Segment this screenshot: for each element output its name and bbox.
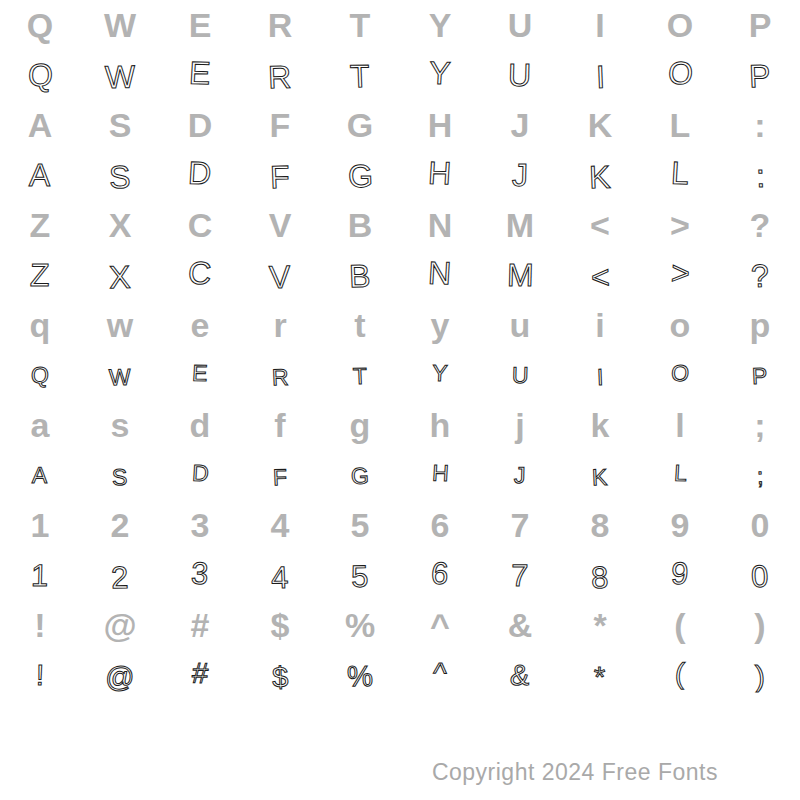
- glyph-cell: E: [189, 8, 212, 42]
- glyph-row-10: asdfghjkl;: [0, 450, 800, 500]
- glyph-cell: *: [593, 608, 606, 642]
- glyph-cell: a: [32, 464, 48, 487]
- glyph-cell: ): [755, 661, 766, 690]
- glyph-cell: I: [595, 61, 605, 93]
- glyph-cell: :: [755, 160, 765, 192]
- glyph-row-13: !@#$%^&*(): [0, 600, 800, 650]
- glyph-cell: N: [428, 257, 453, 290]
- glyph-cell: A: [29, 159, 51, 191]
- glyph-cell: u: [511, 364, 528, 387]
- glyph-cell: I: [595, 8, 604, 42]
- glyph-cell: V: [269, 208, 292, 242]
- glyph-cell: T: [350, 8, 371, 42]
- glyph-cell: B: [349, 260, 372, 292]
- glyph-cell: 4: [271, 508, 290, 542]
- glyph-cell: p: [750, 308, 771, 342]
- glyph-cell: l: [675, 408, 684, 442]
- glyph-cell: P: [749, 60, 772, 92]
- glyph-cell: f: [273, 465, 288, 488]
- glyph-cell: 2: [111, 561, 129, 592]
- glyph-cell: >: [670, 257, 691, 289]
- glyph-cell: r: [273, 308, 286, 342]
- glyph-cell: *: [594, 662, 606, 691]
- glyph-cell: 3: [191, 557, 210, 588]
- glyph-cell: S: [109, 161, 132, 193]
- glyph-cell: (: [674, 608, 685, 642]
- glyph-cell: W: [104, 8, 136, 42]
- glyph-cell: <: [590, 208, 610, 242]
- glyph-row-3: ASDFGHJKL:: [0, 100, 800, 150]
- glyph-cell: H: [428, 108, 453, 142]
- glyph-cell: $: [271, 662, 288, 691]
- glyph-cell: 0: [751, 560, 769, 591]
- glyph-cell: f: [274, 408, 285, 442]
- glyph-cell: y: [432, 361, 449, 384]
- glyph-row-6: ZXCVBNM<>?: [0, 250, 800, 300]
- glyph-cell: H: [428, 157, 453, 190]
- glyph-cell: S: [109, 108, 132, 142]
- glyph-cell: d: [190, 408, 211, 442]
- glyph-cell: 4: [271, 561, 289, 592]
- glyph-cell: w: [107, 308, 133, 342]
- glyph-cell: @: [103, 608, 136, 642]
- glyph-cell: J: [512, 159, 529, 191]
- glyph-cell: X: [109, 261, 132, 293]
- glyph-row-2: QWERTYUIOP: [0, 50, 800, 100]
- glyph-cell: ;: [756, 464, 763, 487]
- glyph-row-8: qwertyuiop: [0, 350, 800, 400]
- glyph-cell: y: [431, 308, 450, 342]
- glyph-cell: U: [508, 59, 532, 91]
- glyph-cell: q: [30, 308, 51, 342]
- glyph-cell: r: [271, 365, 288, 388]
- glyph-cell: M: [506, 208, 534, 242]
- glyph-cell: $: [271, 608, 290, 642]
- glyph-cell: 5: [351, 560, 369, 591]
- glyph-cell: t: [354, 308, 365, 342]
- glyph-row-11: 1234567890: [0, 500, 800, 550]
- glyph-cell: j: [514, 464, 526, 487]
- glyph-cell: L: [670, 108, 691, 142]
- glyph-cell: !: [36, 661, 45, 690]
- glyph-cell: 8: [591, 508, 610, 542]
- glyph-cell: D: [188, 108, 213, 142]
- glyph-cell: %: [347, 661, 374, 690]
- glyph-row-14: !@#$%^&*(): [0, 650, 800, 700]
- glyph-cell: :: [754, 108, 765, 142]
- copyright-text: Copyright 2024 Free Fonts: [0, 759, 718, 786]
- glyph-cell: B: [348, 208, 373, 242]
- glyph-row-12: 1234567890: [0, 550, 800, 600]
- glyph-cell: W: [104, 61, 135, 94]
- glyph-cell: 9: [671, 557, 690, 588]
- glyph-cell: !: [34, 608, 45, 642]
- glyph-cell: 3: [191, 508, 210, 542]
- glyph-cell: u: [510, 308, 531, 342]
- glyph-cell: o: [670, 308, 691, 342]
- glyph-cell: N: [428, 208, 453, 242]
- glyph-cell: K: [588, 108, 613, 142]
- glyph-cell: %: [345, 608, 375, 642]
- glyph-cell: l: [673, 461, 687, 484]
- glyph-cell: w: [109, 365, 132, 388]
- glyph-cell: Y: [428, 57, 451, 90]
- glyph-cell: 1: [31, 560, 49, 591]
- glyph-cell: e: [192, 361, 209, 384]
- glyph-cell: O: [667, 8, 693, 42]
- glyph-cell: d: [191, 461, 209, 484]
- glyph-cell: 9: [671, 508, 690, 542]
- glyph-cell: X: [109, 208, 132, 242]
- glyph-cell: #: [191, 658, 209, 687]
- glyph-row-9: asdfghjkl;: [0, 400, 800, 450]
- glyph-cell: G: [347, 108, 373, 142]
- glyph-cell: g: [351, 464, 370, 487]
- glyph-cell: R: [268, 61, 292, 93]
- glyph-cell: E: [188, 57, 211, 90]
- glyph-cell: 1: [31, 508, 50, 542]
- font-specimen-sheet: QWERTYUIOPQWERTYUIOPASDFGHJKL:ASDFGHJKL:…: [0, 0, 800, 800]
- glyph-cell: &: [510, 661, 530, 690]
- glyph-cell: o: [670, 361, 689, 384]
- glyph-row-5: ZXCVBNM<>?: [0, 200, 800, 250]
- glyph-cell: Y: [429, 8, 452, 42]
- glyph-cell: U: [508, 8, 533, 42]
- glyph-cell: (: [674, 658, 685, 687]
- glyph-cell: ?: [750, 208, 771, 242]
- glyph-cell: s: [112, 465, 128, 488]
- glyph-row-1: QWERTYUIOP: [0, 0, 800, 50]
- glyph-cell: <: [590, 261, 610, 293]
- glyph-cell: 7: [511, 560, 529, 591]
- glyph-cell: k: [592, 465, 608, 488]
- glyph-cell: 8: [591, 561, 609, 592]
- glyph-row-4: ASDFGHJKL:: [0, 150, 800, 200]
- glyph-cell: C: [188, 208, 213, 242]
- glyph-cell: 6: [431, 508, 450, 542]
- glyph-cell: h: [430, 408, 451, 442]
- glyph-cell: s: [111, 408, 130, 442]
- glyph-cell: Z: [30, 208, 51, 242]
- glyph-cell: &: [508, 608, 533, 642]
- glyph-cell: a: [31, 408, 50, 442]
- glyph-cell: @: [105, 662, 136, 692]
- glyph-cell: ^: [432, 658, 447, 687]
- glyph-cell: >: [670, 208, 690, 242]
- glyph-cell: F: [270, 161, 291, 193]
- glyph-cell: ^: [430, 608, 450, 642]
- glyph-cell: e: [191, 308, 210, 342]
- glyph-cell: R: [268, 8, 293, 42]
- glyph-cell: L: [670, 157, 690, 189]
- glyph-cell: i: [595, 308, 604, 342]
- glyph-cell: #: [191, 608, 210, 642]
- glyph-row-7: qwertyuiop: [0, 300, 800, 350]
- glyph-cell: ?: [750, 260, 769, 292]
- glyph-cell: h: [431, 461, 449, 484]
- glyph-cell: A: [28, 108, 53, 142]
- glyph-cell: T: [350, 60, 371, 92]
- glyph-cell: 7: [511, 508, 530, 542]
- glyph-cell: J: [511, 108, 530, 142]
- glyph-cell: P: [749, 8, 772, 42]
- glyph-cell: Q: [27, 8, 53, 42]
- glyph-grid: QWERTYUIOPQWERTYUIOPASDFGHJKL:ASDFGHJKL:…: [0, 0, 800, 700]
- glyph-cell: k: [591, 408, 610, 442]
- glyph-cell: i: [596, 365, 603, 388]
- glyph-cell: V: [269, 261, 292, 293]
- glyph-cell: G: [347, 160, 373, 192]
- glyph-cell: C: [188, 257, 213, 290]
- glyph-cell: D: [188, 157, 213, 190]
- glyph-cell: ): [754, 608, 765, 642]
- glyph-cell: F: [270, 108, 291, 142]
- glyph-cell: Q: [27, 59, 53, 91]
- glyph-cell: 2: [111, 508, 130, 542]
- glyph-cell: ;: [754, 408, 765, 442]
- glyph-cell: Z: [30, 259, 50, 291]
- glyph-cell: O: [667, 57, 694, 90]
- glyph-cell: 6: [431, 557, 450, 588]
- glyph-cell: 5: [351, 508, 370, 542]
- glyph-cell: q: [31, 364, 49, 387]
- glyph-cell: M: [506, 259, 533, 291]
- glyph-cell: 0: [751, 508, 770, 542]
- glyph-cell: g: [350, 408, 371, 442]
- glyph-cell: t: [353, 364, 368, 387]
- glyph-cell: j: [515, 408, 524, 442]
- glyph-cell: p: [752, 364, 768, 387]
- glyph-cell: K: [589, 161, 612, 193]
